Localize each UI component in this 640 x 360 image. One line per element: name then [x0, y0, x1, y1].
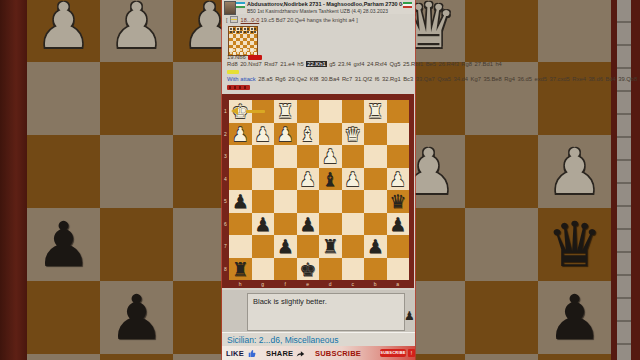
thumb-piece	[251, 49, 253, 51]
move-token[interactable]: h4	[495, 61, 501, 67]
move-token[interactable]: f6	[375, 76, 380, 82]
move-token[interactable]: h5	[297, 61, 303, 67]
thumb-piece	[244, 28, 246, 30]
move-token[interactable]: Rg8	[461, 61, 472, 67]
eval-bar-widget[interactable]	[227, 85, 250, 90]
square-a7[interactable]	[387, 235, 410, 258]
move-token[interactable]: With attack	[227, 76, 256, 82]
thumb-piece	[230, 31, 232, 33]
square-b2[interactable]	[364, 123, 387, 146]
thumb-piece	[237, 49, 239, 51]
move-token[interactable]: 21.e4	[280, 61, 295, 67]
move-token[interactable]: Rxe4	[572, 76, 586, 82]
file-label-a: a	[387, 281, 410, 287]
thumb-piece	[233, 28, 235, 30]
thumb-piece	[251, 28, 253, 30]
move-token[interactable]: Rg4	[504, 76, 515, 82]
rank-label-3: 3	[222, 153, 229, 159]
main-chess-board[interactable]: ♚♜♜♟♟♟♝♛♟♟♝♟♟♟♛♟♟♟♟♜♟♜♚	[229, 100, 409, 280]
square-g3[interactable]	[252, 145, 275, 168]
move-token[interactable]: 33.Qa7	[416, 76, 435, 82]
player-photo	[224, 1, 236, 15]
white-pawn-g2[interactable]: ♟	[252, 123, 275, 146]
white-pawn-d3[interactable]: ♟	[319, 145, 342, 168]
file-label-d: d	[319, 281, 342, 287]
square-g5[interactable]	[252, 190, 275, 213]
square-h3[interactable]	[229, 145, 252, 168]
move-token[interactable]: exd5	[534, 76, 547, 82]
move-token[interactable]: g5	[329, 61, 335, 67]
square-a3[interactable]	[387, 145, 410, 168]
black-pawn-h5[interactable]: ♟	[229, 190, 252, 213]
thumb-piece	[230, 28, 232, 30]
square-c1[interactable]	[342, 100, 365, 123]
square-h7[interactable]	[229, 235, 252, 258]
square-a1[interactable]	[387, 100, 410, 123]
white-pawn-c4[interactable]: ♟	[342, 168, 365, 191]
black-rook-h8[interactable]: ♜	[229, 258, 252, 281]
move-token[interactable]: 34.d4	[454, 76, 469, 82]
move-token[interactable]: 26.R4f3	[439, 61, 459, 67]
note-icon	[230, 16, 238, 23]
white-queen-c2[interactable]: ♛	[342, 123, 365, 146]
share-button[interactable]: SHARE	[266, 349, 293, 358]
annotation-line: [ 18...0-0 19.c5 Bd7 20.Qe4 hangs the kn…	[226, 16, 412, 23]
square-f5[interactable]	[274, 190, 297, 213]
move-token[interactable]: 27.Bd1	[475, 61, 493, 67]
move-token[interactable]: 30.Ba4	[321, 76, 339, 82]
evaluation-comment: Black is slightly better.	[253, 297, 327, 306]
rank-label-4: 4	[222, 176, 229, 182]
thumb-piece	[233, 49, 235, 51]
rank-label-7: 7	[222, 243, 229, 249]
square-e7[interactable]	[297, 235, 320, 258]
black-queen-a5[interactable]: ♛	[387, 190, 410, 213]
square-b3[interactable]	[364, 145, 387, 168]
move-token[interactable]: 36.d5	[517, 76, 532, 82]
thumb-piece	[247, 28, 249, 30]
last-move-arrow-head	[231, 107, 238, 115]
square-c3[interactable]	[342, 145, 365, 168]
rank-label-5: 5	[222, 198, 229, 204]
square-g8[interactable]	[252, 258, 275, 281]
square-h4[interactable]	[229, 168, 252, 191]
white-pawn-h2[interactable]: ♟	[229, 123, 252, 146]
move-token[interactable]: gxf4	[353, 61, 364, 67]
pawn-icon[interactable]: ♟	[404, 307, 415, 325]
thumb-piece	[244, 31, 246, 33]
variation-move-link[interactable]: 18...0-0	[241, 17, 260, 23]
square-a2[interactable]	[387, 123, 410, 146]
thumb-piece	[237, 31, 239, 33]
square-b4[interactable]	[364, 168, 387, 191]
square-c8[interactable]	[342, 258, 365, 281]
square-e1[interactable]	[297, 100, 320, 123]
opening-name: Sicilian: 2...d6, Miscellaneous	[227, 335, 339, 345]
rank-label-2: 2	[222, 131, 229, 137]
square-f8[interactable]	[274, 258, 297, 281]
main-board-frame: ♚♜♜♟♟♟♝♛♟♟♝♟♟♟♛♟♟♟♟♜♟♜♚ 12345678hgfedcba	[222, 94, 414, 288]
file-label-e: e	[297, 281, 320, 287]
share-arrow-icon[interactable]	[296, 349, 305, 358]
square-d6[interactable]	[319, 213, 342, 236]
white-pawn-e4[interactable]: ♟	[297, 168, 320, 191]
square-g7[interactable]	[252, 235, 275, 258]
move-token[interactable]: 35.Be8	[483, 76, 501, 82]
black-bishop-d4[interactable]: ♝	[319, 168, 342, 191]
game-header: Abdusattorov,Nodirbek 2731 - Maghsoodloo…	[222, 0, 415, 14]
move-token[interactable]: Be5	[426, 61, 436, 67]
thumbs-up-icon[interactable]	[248, 349, 257, 358]
current-move[interactable]: 22.Kh1	[306, 61, 326, 67]
white-rook-b1[interactable]: ♜	[364, 100, 387, 123]
white-pawn-a4[interactable]: ♟	[387, 168, 410, 191]
thumb-piece	[251, 31, 253, 33]
square-f6[interactable]	[274, 213, 297, 236]
square-g4[interactable]	[252, 168, 275, 191]
move-token[interactable]: 24.Rxf4	[367, 61, 387, 67]
event-line: B50 1st Kasimdzhanov Masters Tashkent UZ…	[247, 8, 407, 14]
subscribe-button[interactable]: SUBSCRIBE	[380, 349, 406, 357]
move-token[interactable]: 31.Qf2	[355, 76, 372, 82]
variation-rest: 19.c5 Bd7 20.Qe4 hangs the knight a4	[261, 17, 355, 23]
rank-label-6: 6	[222, 221, 229, 227]
move-token[interactable]: 29.Qe2	[288, 76, 307, 82]
move-token[interactable]: 23.f4	[338, 61, 351, 67]
thumb-piece	[254, 49, 256, 51]
square-d2[interactable]	[319, 123, 342, 146]
move-token[interactable]: 37.cxd5	[550, 76, 570, 82]
thumb-piece	[237, 28, 239, 30]
black-rook-d7[interactable]: ♜	[319, 235, 342, 258]
move-token[interactable]: 38.d6	[588, 76, 603, 82]
move-token[interactable]: Qxa5	[437, 76, 451, 82]
comment-panel: Black is slightly better. ♟	[222, 290, 415, 332]
chess-analysis-window: Abdusattorov,Nodirbek 2731 - Maghsoodloo…	[222, 0, 415, 360]
move-token[interactable]: 28.a5	[258, 76, 273, 82]
square-d8[interactable]	[319, 258, 342, 281]
move-token[interactable]: 32.Rg1	[382, 76, 401, 82]
action-bar: LIKE SHARE SUBSCRIBE SUBSCRIBE !	[222, 346, 415, 360]
file-label-f: f	[274, 281, 297, 287]
square-b5[interactable]	[364, 190, 387, 213]
black-king-e8[interactable]: ♚	[297, 258, 320, 281]
square-e3[interactable]	[297, 145, 320, 168]
black-pawn-e6[interactable]: ♟	[297, 213, 320, 236]
rank-label-8: 8	[222, 266, 229, 272]
move-token[interactable]: Rc7	[342, 76, 352, 82]
thumb-piece	[240, 49, 242, 51]
uzbekistan-flag-icon	[236, 2, 245, 8]
thumb-piece	[247, 49, 249, 51]
square-e5[interactable]	[297, 190, 320, 213]
comment-box: Black is slightly better.	[247, 293, 405, 331]
square-b6[interactable]	[364, 213, 387, 236]
thumb-piece	[254, 28, 256, 30]
subscribe-label[interactable]: SUBSCRIBE	[315, 349, 361, 358]
game-thumbnail-board[interactable]	[229, 27, 257, 55]
thumb-piece	[240, 28, 242, 30]
move-token[interactable]: 25.Rbf1	[403, 61, 423, 67]
move-list: 19.Nb6Rd820.Nxd7Rxd721.e4h522.Kh1g523.f4…	[227, 54, 414, 83]
notification-bell-button[interactable]: !	[408, 349, 415, 357]
thumb-piece	[244, 49, 246, 51]
square-d5[interactable]	[319, 190, 342, 213]
black-pawn-g6[interactable]: ♟	[252, 213, 275, 236]
like-button[interactable]: LIKE	[226, 349, 244, 358]
move-token[interactable]: Rg6	[275, 76, 286, 82]
white-bishop-e2[interactable]: ♝	[297, 123, 320, 146]
file-label-b: b	[364, 281, 387, 287]
black-pawn-a6[interactable]: ♟	[387, 213, 410, 236]
square-d1[interactable]	[319, 100, 342, 123]
square-a8[interactable]	[387, 258, 410, 281]
thumb-piece	[230, 49, 232, 51]
square-c7[interactable]	[342, 235, 365, 258]
white-pawn-f2[interactable]: ♟	[274, 123, 297, 146]
file-label-c: c	[342, 281, 365, 287]
white-rook-f1[interactable]: ♜	[274, 100, 297, 123]
square-b8[interactable]	[364, 258, 387, 281]
rank-label-1: 1	[222, 108, 229, 114]
file-label-g: g	[252, 281, 275, 287]
square-f4[interactable]	[274, 168, 297, 191]
move-token[interactable]: Qg5	[389, 61, 400, 67]
move-token[interactable]: Rd8	[227, 61, 238, 67]
move-token[interactable]: Rxd7	[264, 61, 278, 67]
opening-bar: Sicilian: 2...d6, Miscellaneous	[222, 332, 415, 347]
last-move-arrow	[246, 110, 265, 114]
black-pawn-b7[interactable]: ♟	[364, 235, 387, 258]
move-token[interactable]: Kg7	[471, 76, 481, 82]
square-f3[interactable]	[274, 145, 297, 168]
square-c5[interactable]	[342, 190, 365, 213]
red-eval-marker	[248, 55, 262, 60]
move-token[interactable]: 39.Qb8	[618, 76, 637, 82]
video-frame: ♚♜♜♟♟♟♝♛♟♟♝♟♟♟♛♟♟♟♟♜♟♜♚ Abdusattorov,Nod…	[0, 0, 640, 360]
move-token[interactable]: Bd4	[605, 76, 615, 82]
players-line: Abdusattorov,Nodirbek 2731 - Maghsoodloo…	[247, 1, 402, 7]
move-token[interactable]: Kf8	[310, 76, 319, 82]
square-h6[interactable]	[229, 213, 252, 236]
move-token[interactable]: Bc3	[403, 76, 413, 82]
yellow-eval-marker	[227, 70, 239, 75]
file-label-h: h	[229, 281, 252, 287]
open-bracket: [	[226, 17, 228, 23]
move-token[interactable]: 20.Nxd7	[240, 61, 262, 67]
square-c6[interactable]	[342, 213, 365, 236]
black-pawn-f7[interactable]: ♟	[274, 235, 297, 258]
move-token[interactable]: 19.Nb6	[227, 54, 246, 60]
close-bracket: ]	[356, 17, 358, 23]
